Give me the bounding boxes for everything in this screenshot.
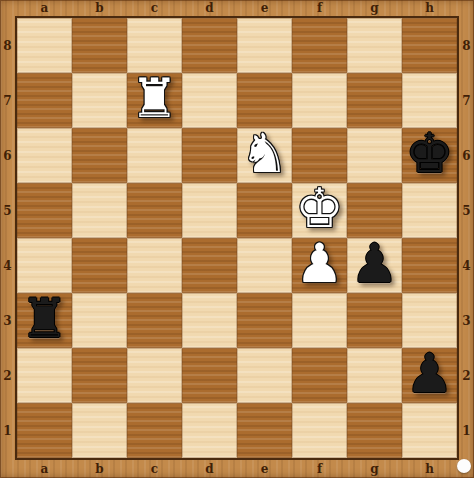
rank-label-right-2: 2 — [459, 348, 474, 403]
square-a7[interactable] — [17, 73, 72, 128]
file-label-top-f: f — [292, 1, 347, 15]
square-g4[interactable]: ♟ — [347, 238, 402, 293]
square-e2[interactable] — [237, 348, 292, 403]
file-label-bottom-f: f — [292, 462, 347, 476]
rank-label-right-5: 5 — [459, 183, 474, 238]
file-label-top-e: e — [237, 1, 292, 15]
square-f2[interactable] — [292, 348, 347, 403]
square-f3[interactable] — [292, 293, 347, 348]
rank-labels-right: 87654321 — [459, 18, 474, 458]
square-d2[interactable] — [182, 348, 237, 403]
piece-white-pawn-f4[interactable]: ♟ — [295, 237, 343, 291]
square-a4[interactable] — [17, 238, 72, 293]
file-label-top-g: g — [347, 1, 402, 15]
file-labels-bottom: abcdefgh — [17, 462, 457, 476]
rank-label-left-1: 1 — [0, 403, 15, 458]
square-f1[interactable] — [292, 403, 347, 458]
piece-white-rook-c7[interactable]: ♜ — [130, 72, 178, 126]
file-label-top-c: c — [127, 1, 182, 15]
square-f8[interactable] — [292, 18, 347, 73]
board: ♜♞♚♚♟♟♜♟ — [15, 16, 459, 460]
square-f7[interactable] — [292, 73, 347, 128]
square-d1[interactable] — [182, 403, 237, 458]
piece-black-pawn-h2[interactable]: ♟ — [405, 347, 453, 401]
square-a2[interactable] — [17, 348, 72, 403]
square-h4[interactable] — [402, 238, 457, 293]
square-g1[interactable] — [347, 403, 402, 458]
square-b4[interactable] — [72, 238, 127, 293]
file-label-bottom-b: b — [72, 462, 127, 476]
square-h5[interactable] — [402, 183, 457, 238]
file-labels-top: abcdefgh — [17, 1, 457, 15]
square-e8[interactable] — [237, 18, 292, 73]
square-b6[interactable] — [72, 128, 127, 183]
square-e7[interactable] — [237, 73, 292, 128]
square-b7[interactable] — [72, 73, 127, 128]
piece-black-pawn-g4[interactable]: ♟ — [350, 237, 398, 291]
piece-black-rook-a3[interactable]: ♜ — [20, 292, 68, 346]
square-a6[interactable] — [17, 128, 72, 183]
piece-white-knight-e6[interactable]: ♞ — [240, 127, 288, 181]
file-label-top-b: b — [72, 1, 127, 15]
square-g2[interactable] — [347, 348, 402, 403]
square-g8[interactable] — [347, 18, 402, 73]
rank-label-right-3: 3 — [459, 293, 474, 348]
file-label-bottom-c: c — [127, 462, 182, 476]
square-b3[interactable] — [72, 293, 127, 348]
file-label-bottom-h: h — [402, 462, 457, 476]
square-a3[interactable]: ♜ — [17, 293, 72, 348]
square-e1[interactable] — [237, 403, 292, 458]
square-g3[interactable] — [347, 293, 402, 348]
chess-diagram: abcdefgh 87654321 87654321 abcdefgh ♜♞♚♚… — [0, 0, 474, 478]
rank-label-right-7: 7 — [459, 73, 474, 128]
rank-label-right-8: 8 — [459, 18, 474, 73]
file-label-bottom-a: a — [17, 462, 72, 476]
rank-label-left-4: 4 — [0, 238, 15, 293]
square-d6[interactable] — [182, 128, 237, 183]
square-f6[interactable] — [292, 128, 347, 183]
square-h3[interactable] — [402, 293, 457, 348]
square-c6[interactable] — [127, 128, 182, 183]
square-c1[interactable] — [127, 403, 182, 458]
square-a5[interactable] — [17, 183, 72, 238]
square-b5[interactable] — [72, 183, 127, 238]
rank-label-left-5: 5 — [0, 183, 15, 238]
square-h2[interactable]: ♟ — [402, 348, 457, 403]
rank-label-right-1: 1 — [459, 403, 474, 458]
square-g6[interactable] — [347, 128, 402, 183]
square-c2[interactable] — [127, 348, 182, 403]
square-e3[interactable] — [237, 293, 292, 348]
square-f4[interactable]: ♟ — [292, 238, 347, 293]
rank-label-left-8: 8 — [0, 18, 15, 73]
square-e4[interactable] — [237, 238, 292, 293]
square-c4[interactable] — [127, 238, 182, 293]
square-b1[interactable] — [72, 403, 127, 458]
rank-label-left-7: 7 — [0, 73, 15, 128]
rank-label-left-2: 2 — [0, 348, 15, 403]
square-c8[interactable] — [127, 18, 182, 73]
rank-label-left-3: 3 — [0, 293, 15, 348]
square-h7[interactable] — [402, 73, 457, 128]
square-h1[interactable] — [402, 403, 457, 458]
square-e5[interactable] — [237, 183, 292, 238]
square-h6[interactable]: ♚ — [402, 128, 457, 183]
side-to-move-indicator — [457, 459, 471, 473]
file-label-bottom-g: g — [347, 462, 402, 476]
piece-white-king-f5[interactable]: ♚ — [295, 182, 343, 236]
square-f5[interactable]: ♚ — [292, 183, 347, 238]
square-c7[interactable]: ♜ — [127, 73, 182, 128]
rank-label-left-6: 6 — [0, 128, 15, 183]
square-b8[interactable] — [72, 18, 127, 73]
square-g5[interactable] — [347, 183, 402, 238]
square-d7[interactable] — [182, 73, 237, 128]
square-d4[interactable] — [182, 238, 237, 293]
square-e6[interactable]: ♞ — [237, 128, 292, 183]
square-d5[interactable] — [182, 183, 237, 238]
piece-black-king-h6[interactable]: ♚ — [405, 127, 453, 181]
file-label-bottom-d: d — [182, 462, 237, 476]
square-h8[interactable] — [402, 18, 457, 73]
file-label-top-d: d — [182, 1, 237, 15]
square-c5[interactable] — [127, 183, 182, 238]
square-g7[interactable] — [347, 73, 402, 128]
file-label-top-h: h — [402, 1, 457, 15]
square-c3[interactable] — [127, 293, 182, 348]
square-d3[interactable] — [182, 293, 237, 348]
square-b2[interactable] — [72, 348, 127, 403]
rank-label-right-6: 6 — [459, 128, 474, 183]
square-a1[interactable] — [17, 403, 72, 458]
rank-labels-left: 87654321 — [0, 18, 15, 458]
square-d8[interactable] — [182, 18, 237, 73]
file-label-bottom-e: e — [237, 462, 292, 476]
rank-label-right-4: 4 — [459, 238, 474, 293]
square-a8[interactable] — [17, 18, 72, 73]
file-label-top-a: a — [17, 1, 72, 15]
